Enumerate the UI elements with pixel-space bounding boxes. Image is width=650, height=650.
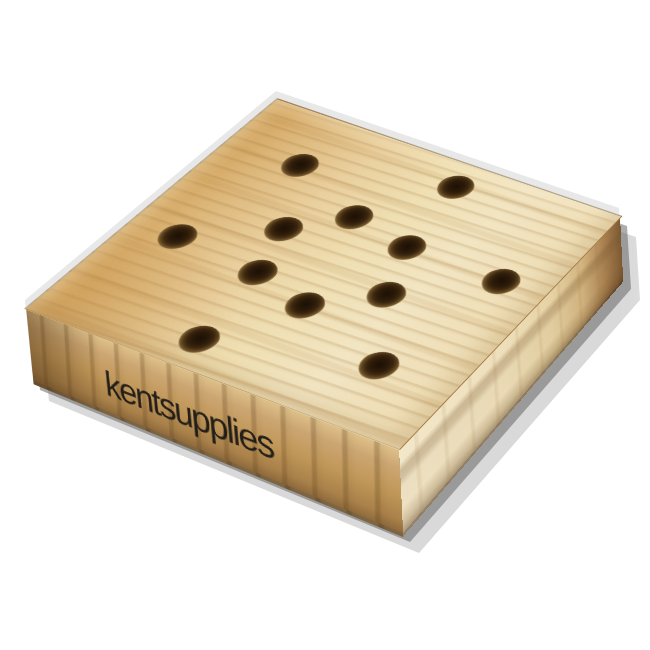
peg-hole-2[interactable] <box>425 172 482 207</box>
peg-hole-5[interactable] <box>144 219 206 256</box>
peg-hole-1[interactable] <box>269 150 328 185</box>
peg-hole-4[interactable] <box>251 213 312 250</box>
peg-hole-10[interactable] <box>272 288 334 327</box>
peg-hole-6[interactable] <box>375 231 435 268</box>
peg-hole-8[interactable] <box>469 264 528 302</box>
peg-hole-9[interactable] <box>353 277 414 316</box>
peg-hole-3[interactable] <box>322 201 381 237</box>
peg-hole-7[interactable] <box>224 255 286 293</box>
peg-hole-12[interactable] <box>345 347 408 388</box>
product-photo-stage: kentsupplies <box>0 0 650 650</box>
peg-hole-11[interactable] <box>165 321 230 362</box>
